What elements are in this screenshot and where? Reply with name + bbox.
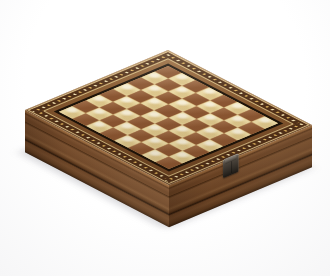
product-photo — [0, 0, 330, 276]
